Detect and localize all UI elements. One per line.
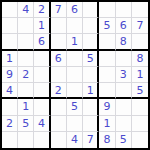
sudoku-cell-empty[interactable]: [67, 83, 83, 99]
sudoku-cell-empty[interactable]: [67, 116, 83, 132]
sudoku-cell-empty[interactable]: [116, 2, 132, 18]
sudoku-cell-given: 1: [132, 67, 148, 83]
sudoku-cell-empty[interactable]: [51, 34, 67, 50]
sudoku-cell-empty[interactable]: [34, 51, 50, 67]
sudoku-cell-empty[interactable]: [18, 132, 34, 148]
sudoku-cell-given: 2: [34, 2, 50, 18]
sudoku-cell-empty[interactable]: [2, 34, 18, 50]
sudoku-cell-given: 3: [116, 67, 132, 83]
sudoku-cell-empty[interactable]: [51, 67, 67, 83]
sudoku-cell-empty[interactable]: [99, 51, 115, 67]
sudoku-cell-given: 1: [18, 99, 34, 115]
sudoku-cell-empty[interactable]: [2, 18, 18, 34]
sudoku-cell-empty[interactable]: [132, 2, 148, 18]
sudoku-cell-empty[interactable]: [116, 116, 132, 132]
sudoku-cell-empty[interactable]: [116, 51, 132, 67]
sudoku-cell-empty[interactable]: [18, 83, 34, 99]
sudoku-cell-given: 5: [18, 116, 34, 132]
sudoku-cell-given: 8: [132, 51, 148, 67]
sudoku-cell-given: 7: [132, 18, 148, 34]
sudoku-cell-empty[interactable]: [116, 99, 132, 115]
sudoku-cell-empty[interactable]: [132, 34, 148, 50]
sudoku-cell-empty[interactable]: [132, 116, 148, 132]
sudoku-cell-empty[interactable]: [83, 67, 99, 83]
sudoku-cell-empty[interactable]: [18, 34, 34, 50]
sudoku-cell-empty[interactable]: [34, 67, 50, 83]
sudoku-cell-empty[interactable]: [51, 116, 67, 132]
sudoku-cell-given: 1: [67, 34, 83, 50]
sudoku-cell-empty[interactable]: [2, 99, 18, 115]
sudoku-cell-given: 8: [116, 34, 132, 50]
sudoku-cell-given: 5: [99, 18, 115, 34]
sudoku-cell-given: 9: [99, 99, 115, 115]
sudoku-cell-empty[interactable]: [116, 83, 132, 99]
sudoku-cell-given: 1: [34, 18, 50, 34]
sudoku-cell-given: 1: [99, 116, 115, 132]
sudoku-cell-given: 4: [18, 2, 34, 18]
sudoku-cell-empty[interactable]: [67, 18, 83, 34]
sudoku-cell-given: 6: [34, 34, 50, 50]
sudoku-cell-given: 8: [99, 132, 115, 148]
sudoku-cell-given: 2: [2, 116, 18, 132]
sudoku-cell-given: 5: [83, 51, 99, 67]
sudoku-cell-empty[interactable]: [132, 132, 148, 148]
sudoku-cell-given: 9: [2, 67, 18, 83]
sudoku-cell-given: 7: [51, 2, 67, 18]
sudoku-cell-empty[interactable]: [83, 116, 99, 132]
sudoku-cell-empty[interactable]: [83, 2, 99, 18]
sudoku-cell-empty[interactable]: [51, 132, 67, 148]
sudoku-cell-given: 7: [83, 132, 99, 148]
sudoku-cell-empty[interactable]: [2, 132, 18, 148]
sudoku-cell-empty[interactable]: [132, 99, 148, 115]
sudoku-cell-empty[interactable]: [99, 67, 115, 83]
sudoku-cell-empty[interactable]: [2, 2, 18, 18]
sudoku-cell-empty[interactable]: [51, 99, 67, 115]
sudoku-cell-given: 1: [83, 83, 99, 99]
sudoku-cell-empty[interactable]: [99, 83, 115, 99]
sudoku-cell-given: 2: [18, 67, 34, 83]
sudoku-cell-empty[interactable]: [51, 18, 67, 34]
sudoku-cell-empty[interactable]: [34, 132, 50, 148]
sudoku-cell-empty[interactable]: [99, 2, 115, 18]
sudoku-cell-given: 4: [2, 83, 18, 99]
sudoku-cell-empty[interactable]: [34, 83, 50, 99]
sudoku-cell-given: 4: [34, 116, 50, 132]
sudoku-cell-given: 4: [67, 132, 83, 148]
sudoku-cell-given: 5: [132, 83, 148, 99]
sudoku-cell-empty[interactable]: [18, 51, 34, 67]
sudoku-cell-given: 6: [51, 51, 67, 67]
sudoku-cell-given: 2: [51, 83, 67, 99]
sudoku-cell-given: 5: [116, 132, 132, 148]
sudoku-board: 4276156761816589231421515925414785: [0, 0, 150, 150]
sudoku-cell-empty[interactable]: [34, 99, 50, 115]
sudoku-cell-empty[interactable]: [18, 18, 34, 34]
sudoku-cell-given: 6: [116, 18, 132, 34]
sudoku-cell-given: 5: [67, 99, 83, 115]
sudoku-cell-given: 1: [2, 51, 18, 67]
sudoku-cell-empty[interactable]: [83, 99, 99, 115]
sudoku-cell-empty[interactable]: [67, 51, 83, 67]
sudoku-cell-given: 6: [67, 2, 83, 18]
sudoku-cell-empty[interactable]: [67, 67, 83, 83]
sudoku-cell-empty[interactable]: [99, 34, 115, 50]
sudoku-cell-empty[interactable]: [83, 34, 99, 50]
sudoku-cell-empty[interactable]: [83, 18, 99, 34]
